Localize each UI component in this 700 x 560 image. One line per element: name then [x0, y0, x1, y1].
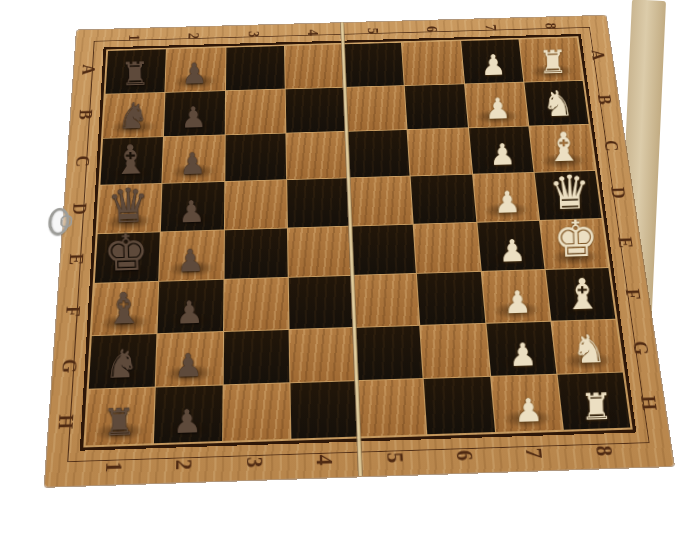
- square-h1[interactable]: ♜: [86, 388, 155, 445]
- square-b4[interactable]: [285, 87, 346, 133]
- square-d5[interactable]: [349, 176, 413, 225]
- black-rook-h1[interactable]: ♜: [85, 402, 154, 441]
- white-knight-b8[interactable]: ♞: [528, 85, 589, 122]
- black-rook-a1[interactable]: ♜: [105, 56, 165, 90]
- square-a2[interactable]: ♟: [166, 48, 225, 92]
- white-pawn-c7[interactable]: ♟: [471, 139, 533, 170]
- square-f5[interactable]: [353, 274, 420, 327]
- square-c2[interactable]: ♟: [163, 135, 225, 182]
- square-b3[interactable]: [225, 89, 285, 135]
- square-b7[interactable]: ♟: [465, 82, 529, 127]
- square-c6[interactable]: [408, 128, 472, 175]
- square-g7[interactable]: ♟: [486, 322, 556, 377]
- square-g8[interactable]: ♞: [551, 319, 622, 374]
- square-h4[interactable]: [290, 381, 358, 438]
- square-b5[interactable]: [345, 86, 407, 131]
- square-f7[interactable]: ♟: [481, 270, 550, 323]
- white-rook-a8[interactable]: ♜: [523, 45, 582, 79]
- black-knight-g1[interactable]: ♞: [88, 344, 155, 385]
- white-pawn-d7[interactable]: ♟: [476, 186, 539, 218]
- square-h6[interactable]: [424, 377, 495, 434]
- square-a3[interactable]: [226, 46, 285, 90]
- square-a8[interactable]: ♜: [519, 38, 582, 82]
- black-queen-d1[interactable]: ♛: [96, 181, 160, 230]
- square-f8[interactable]: ♝: [545, 268, 615, 321]
- black-bishop-c1[interactable]: ♝: [99, 139, 161, 181]
- white-rook-h8[interactable]: ♜: [562, 387, 630, 426]
- white-pawn-a7[interactable]: ♟: [463, 50, 522, 80]
- square-e8[interactable]: ♚: [540, 219, 608, 270]
- square-b6[interactable]: [405, 84, 468, 129]
- square-f4[interactable]: [288, 276, 353, 329]
- square-f3[interactable]: [224, 278, 289, 331]
- square-a7[interactable]: ♟: [461, 39, 523, 83]
- square-e4[interactable]: [288, 226, 352, 277]
- square-c3[interactable]: [225, 134, 286, 181]
- square-h2[interactable]: ♟: [154, 386, 222, 443]
- square-d6[interactable]: [411, 174, 476, 223]
- white-pawn-f7[interactable]: ♟: [485, 286, 550, 319]
- square-h7[interactable]: ♟: [491, 375, 563, 432]
- square-d3[interactable]: [224, 180, 286, 229]
- square-e5[interactable]: [351, 224, 416, 275]
- black-king-e1[interactable]: ♚: [93, 226, 158, 279]
- square-c7[interactable]: ♟: [469, 127, 534, 174]
- black-pawn-f2[interactable]: ♟: [157, 296, 223, 329]
- white-bishop-c8[interactable]: ♝: [533, 127, 595, 169]
- square-e2[interactable]: ♟: [159, 230, 223, 281]
- square-d2[interactable]: ♟: [161, 182, 224, 231]
- square-f1[interactable]: ♝: [92, 282, 159, 335]
- square-b8[interactable]: ♞: [524, 81, 589, 126]
- black-bishop-f1[interactable]: ♝: [91, 287, 157, 332]
- board-frame: 12345678 12345678 ABCDEFGH ABCDEFGH ♜♟♟♜…: [45, 16, 674, 487]
- square-g6[interactable]: [420, 324, 489, 379]
- white-bishop-f8[interactable]: ♝: [549, 273, 614, 317]
- square-c5[interactable]: [347, 130, 410, 177]
- photo-background: 12345678 12345678 ABCDEFGH ABCDEFGH ♜♟♟♜…: [0, 0, 700, 560]
- square-g3[interactable]: [223, 330, 289, 385]
- square-c4[interactable]: [286, 132, 348, 179]
- black-pawn-g2[interactable]: ♟: [155, 349, 222, 383]
- square-b1[interactable]: ♞: [103, 93, 165, 139]
- square-g4[interactable]: [289, 328, 356, 383]
- square-f6[interactable]: [417, 272, 485, 325]
- black-pawn-b2[interactable]: ♟: [163, 103, 224, 134]
- square-g5[interactable]: [355, 326, 423, 381]
- black-pawn-a2[interactable]: ♟: [165, 59, 225, 89]
- square-h8[interactable]: ♜: [557, 373, 630, 430]
- white-pawn-e7[interactable]: ♟: [480, 235, 544, 267]
- square-e1[interactable]: ♚: [95, 232, 160, 283]
- square-e7[interactable]: ♟: [477, 220, 544, 271]
- square-a6[interactable]: [402, 41, 463, 85]
- square-a1[interactable]: ♜: [106, 49, 166, 93]
- square-f2[interactable]: ♟: [158, 280, 223, 333]
- white-king-e8[interactable]: ♚: [543, 213, 607, 266]
- square-e3[interactable]: [224, 228, 287, 279]
- square-g1[interactable]: ♞: [89, 334, 157, 389]
- square-g2[interactable]: ♟: [156, 332, 223, 387]
- square-d7[interactable]: ♟: [473, 173, 539, 222]
- white-pawn-g7[interactable]: ♟: [489, 339, 555, 373]
- square-d4[interactable]: [287, 178, 350, 227]
- black-pawn-e2[interactable]: ♟: [159, 245, 223, 277]
- square-b2[interactable]: ♟: [164, 91, 224, 137]
- metal-clasp: [47, 207, 70, 235]
- square-e6[interactable]: [414, 222, 480, 273]
- white-knight-g8[interactable]: ♞: [556, 329, 623, 370]
- black-pawn-c2[interactable]: ♟: [162, 148, 224, 179]
- square-h5[interactable]: [357, 379, 426, 436]
- white-pawn-b7[interactable]: ♟: [467, 94, 527, 124]
- black-pawn-h2[interactable]: ♟: [153, 405, 221, 440]
- black-knight-b1[interactable]: ♞: [102, 98, 163, 135]
- square-a4[interactable]: [285, 44, 345, 88]
- square-a5[interactable]: [343, 43, 403, 87]
- chess-board: 12345678 12345678 ABCDEFGH ABCDEFGH ♜♟♟♜…: [45, 16, 674, 487]
- white-pawn-h7[interactable]: ♟: [494, 394, 562, 428]
- black-pawn-d2[interactable]: ♟: [160, 196, 223, 228]
- square-h3[interactable]: [223, 384, 290, 441]
